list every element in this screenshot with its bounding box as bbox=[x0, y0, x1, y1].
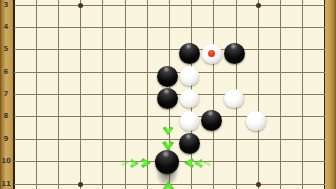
grid-line-horizontal bbox=[14, 49, 325, 50]
star-point bbox=[78, 182, 83, 187]
star-point bbox=[78, 3, 83, 8]
row-label-10: 10 bbox=[0, 158, 12, 165]
move-hint-arrow-left bbox=[194, 159, 203, 168]
white-stone bbox=[180, 111, 200, 131]
move-hint-arrow-left bbox=[184, 158, 194, 168]
white-stone bbox=[202, 44, 222, 64]
white-stone bbox=[180, 66, 200, 86]
white-stone bbox=[246, 111, 266, 131]
star-point bbox=[256, 3, 261, 8]
black-stone bbox=[224, 43, 245, 64]
star-point bbox=[256, 182, 261, 187]
move-hint-arrow-right bbox=[141, 158, 151, 168]
grid-line-horizontal bbox=[14, 116, 325, 117]
white-stone bbox=[224, 89, 244, 109]
white-stone bbox=[180, 89, 200, 109]
row-label-8: 8 bbox=[0, 113, 12, 120]
row-label-9: 9 bbox=[0, 136, 12, 143]
black-stone bbox=[179, 133, 200, 154]
black-stone bbox=[179, 43, 200, 64]
row-label-5: 5 bbox=[0, 46, 12, 53]
last-move-red-dot bbox=[208, 50, 215, 57]
row-label-3: 3 bbox=[0, 2, 12, 9]
move-hint-arrow-right bbox=[130, 159, 139, 168]
row-label-6: 6 bbox=[0, 69, 12, 76]
grid-line-horizontal bbox=[14, 27, 325, 28]
black-stone bbox=[157, 88, 178, 109]
row-label-7: 7 bbox=[0, 91, 12, 98]
board-frame-left: 34567891011 bbox=[0, 0, 13, 189]
black-stone bbox=[157, 66, 178, 87]
grid-line-horizontal bbox=[14, 139, 325, 140]
grid-line-horizontal bbox=[14, 5, 325, 6]
gomoku-app-screen: 34567891011 bbox=[0, 0, 336, 189]
row-label-11: 11 bbox=[0, 181, 12, 188]
black-stone bbox=[155, 150, 179, 174]
board-frame-right bbox=[325, 0, 336, 189]
row-label-4: 4 bbox=[0, 24, 12, 31]
black-stone bbox=[201, 110, 222, 131]
